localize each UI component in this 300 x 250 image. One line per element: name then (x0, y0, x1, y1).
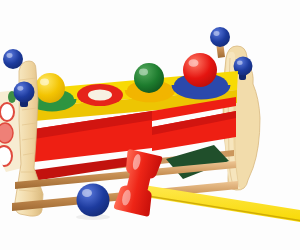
toy-photo (0, 0, 300, 250)
corner-ball-left-top (3, 49, 23, 69)
green-ball (134, 63, 164, 93)
corner-ball-left-side-highlight (17, 86, 23, 91)
loose-ball (77, 184, 110, 217)
yellow-ball (35, 73, 65, 103)
green-ball-highlight (139, 69, 148, 76)
yellow-ball-highlight (40, 79, 49, 86)
red-ball-highlight (189, 59, 199, 67)
red-ring-hole (88, 90, 112, 101)
deco-blob-middle (0, 123, 13, 143)
corner-ball-right-top (210, 27, 230, 47)
corner-ball-left-side (14, 82, 35, 103)
corner-ball-right-top-highlight (214, 31, 220, 36)
deco-circle-bottom (0, 146, 12, 166)
deco-circle-top (0, 103, 14, 121)
loose-ball-highlight (82, 189, 92, 197)
hole-red-ring-empty (77, 84, 123, 106)
corner-ball-right-side-highlight (237, 61, 243, 65)
red-ball (183, 53, 217, 87)
toy-photo-canvas (0, 0, 300, 250)
corner-ball-left-top-highlight (7, 53, 13, 58)
